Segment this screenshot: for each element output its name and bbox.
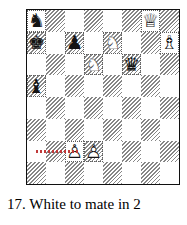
square-b8 — [46, 10, 65, 32]
square-b7 — [46, 32, 65, 54]
chess-board: ♞♛♕♚♟♞♘♝♗♞♘♛♝♟♙♟♙ — [26, 9, 180, 185]
square-f7 — [122, 32, 141, 54]
square-h1 — [160, 162, 179, 184]
square-g1 — [141, 162, 160, 184]
black-pawn: ♟ — [66, 33, 83, 52]
square-g4 — [141, 97, 160, 119]
square-a5: ♝ — [27, 75, 46, 97]
square-h8 — [160, 10, 179, 32]
square-c3 — [65, 119, 84, 141]
black-king: ♚ — [28, 33, 45, 52]
square-g7 — [141, 32, 160, 54]
square-h2 — [160, 141, 179, 163]
square-f8 — [122, 10, 141, 32]
square-h3 — [160, 119, 179, 141]
square-e2 — [103, 141, 122, 163]
white-pawn: ♟♙ — [85, 142, 102, 161]
square-h7: ♝♗ — [160, 32, 179, 54]
square-e8 — [103, 10, 122, 32]
square-d4 — [84, 97, 103, 119]
square-d3 — [84, 119, 103, 141]
square-f2 — [122, 141, 141, 163]
square-f1 — [122, 162, 141, 184]
diagram-caption: 17. White to mate in 2 — [7, 196, 141, 213]
square-f3 — [122, 119, 141, 141]
square-e1 — [103, 162, 122, 184]
white-queen: ♛♕ — [142, 11, 159, 30]
square-e3 — [103, 119, 122, 141]
square-d7 — [84, 32, 103, 54]
square-c1 — [65, 162, 84, 184]
square-c6 — [65, 54, 84, 76]
square-f4 — [122, 97, 141, 119]
square-e4 — [103, 97, 122, 119]
square-a3 — [27, 119, 46, 141]
square-c5 — [65, 75, 84, 97]
square-f6: ♛ — [122, 54, 141, 76]
square-b3 — [46, 119, 65, 141]
square-g8: ♛♕ — [141, 10, 160, 32]
square-d6: ♞♘ — [84, 54, 103, 76]
square-d5 — [84, 75, 103, 97]
square-e5 — [103, 75, 122, 97]
chess-diagram-page: { "game": "chess", "position": "n5Q1/k1p… — [0, 0, 187, 225]
square-g5 — [141, 75, 160, 97]
square-b1 — [46, 162, 65, 184]
square-h5 — [160, 75, 179, 97]
black-bishop: ♝ — [28, 77, 45, 96]
square-d8 — [84, 10, 103, 32]
square-a7: ♚ — [27, 32, 46, 54]
square-c7: ♟ — [65, 32, 84, 54]
square-f5 — [122, 75, 141, 97]
square-g2 — [141, 141, 160, 163]
square-a4 — [27, 97, 46, 119]
square-e7: ♞♘ — [103, 32, 122, 54]
square-e6 — [103, 54, 122, 76]
square-g6 — [141, 54, 160, 76]
square-a6 — [27, 54, 46, 76]
square-c8 — [65, 10, 84, 32]
square-d2: ♟♙ — [84, 141, 103, 163]
white-knight: ♞♘ — [104, 33, 121, 52]
square-d1 — [84, 162, 103, 184]
square-b4 — [46, 97, 65, 119]
red-squiggle-artifact — [36, 150, 78, 153]
square-b6 — [46, 54, 65, 76]
square-h6 — [160, 54, 179, 76]
black-knight: ♞ — [28, 11, 45, 30]
square-c4 — [65, 97, 84, 119]
square-b5 — [46, 75, 65, 97]
square-g3 — [141, 119, 160, 141]
square-a8: ♞ — [27, 10, 46, 32]
white-knight: ♞♘ — [85, 55, 102, 74]
white-bishop: ♝♗ — [161, 33, 178, 52]
square-a1 — [27, 162, 46, 184]
black-queen: ♛ — [123, 55, 140, 74]
square-h4 — [160, 97, 179, 119]
